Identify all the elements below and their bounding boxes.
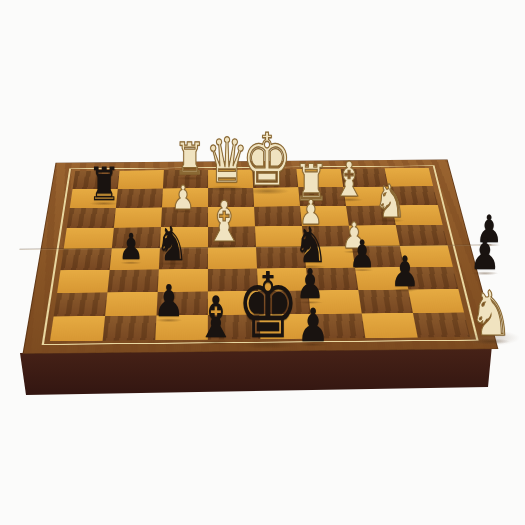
square-a3[interactable] xyxy=(392,205,443,225)
square-d6[interactable] xyxy=(257,268,308,291)
square-d7[interactable] xyxy=(258,290,310,314)
square-f8[interactable] xyxy=(155,315,208,340)
square-b4[interactable] xyxy=(349,225,400,246)
square-h4[interactable] xyxy=(64,228,114,249)
black-pawn-captured[interactable]: ♟ xyxy=(476,210,503,248)
square-c4[interactable] xyxy=(302,226,352,247)
square-b5[interactable] xyxy=(352,246,404,268)
square-a5[interactable] xyxy=(400,245,453,267)
board-frame xyxy=(23,159,499,353)
square-c8[interactable] xyxy=(311,313,366,338)
square-f7[interactable] xyxy=(157,291,208,315)
square-f5[interactable] xyxy=(159,247,208,269)
square-e4[interactable] xyxy=(208,226,256,247)
square-h1[interactable] xyxy=(73,171,120,190)
square-d4[interactable] xyxy=(255,226,304,247)
square-b6[interactable] xyxy=(355,267,408,290)
square-h8[interactable] xyxy=(50,316,105,341)
square-h5[interactable] xyxy=(60,248,111,270)
square-d8[interactable] xyxy=(259,314,313,339)
square-g5[interactable] xyxy=(110,248,160,270)
square-f1[interactable] xyxy=(163,170,208,189)
square-e5[interactable] xyxy=(208,247,257,269)
square-g7[interactable] xyxy=(105,292,158,316)
square-f3[interactable] xyxy=(161,207,208,227)
square-f6[interactable] xyxy=(158,269,208,292)
square-b1[interactable] xyxy=(341,168,389,187)
square-a2[interactable] xyxy=(388,186,438,205)
board-grid xyxy=(50,168,470,341)
square-g4[interactable] xyxy=(112,227,161,248)
square-c6[interactable] xyxy=(306,268,358,291)
square-d2[interactable] xyxy=(253,187,300,206)
square-h3[interactable] xyxy=(67,208,116,228)
square-a7[interactable] xyxy=(408,289,464,313)
square-g8[interactable] xyxy=(103,315,157,340)
square-g2[interactable] xyxy=(116,189,163,208)
square-f4[interactable] xyxy=(160,227,208,248)
square-g3[interactable] xyxy=(114,207,162,227)
square-e7[interactable] xyxy=(208,291,259,315)
square-d5[interactable] xyxy=(256,247,306,269)
square-d1[interactable] xyxy=(252,169,298,188)
square-b7[interactable] xyxy=(358,290,413,314)
square-g1[interactable] xyxy=(118,170,164,189)
square-h6[interactable] xyxy=(57,270,110,293)
square-a1[interactable] xyxy=(385,168,433,187)
square-f2[interactable] xyxy=(162,188,208,207)
square-b2[interactable] xyxy=(343,187,392,206)
square-e6[interactable] xyxy=(208,269,258,292)
square-e1[interactable] xyxy=(208,170,253,189)
square-b3[interactable] xyxy=(346,205,396,225)
square-e2[interactable] xyxy=(208,188,254,207)
square-c5[interactable] xyxy=(304,246,355,268)
chess-board xyxy=(23,159,499,353)
square-c3[interactable] xyxy=(300,206,349,226)
square-a4[interactable] xyxy=(396,225,448,246)
square-g6[interactable] xyxy=(107,269,158,292)
square-e3[interactable] xyxy=(208,207,255,227)
square-a6[interactable] xyxy=(404,267,458,290)
chess-photo-scene: ♜♜♛♚♜♝♟♞♟♝♟♟♞♞♟♟♟♟♝♚♟♟♟♞ xyxy=(0,0,525,525)
square-c1[interactable] xyxy=(296,169,343,188)
square-h2[interactable] xyxy=(70,189,118,208)
tray-shadow xyxy=(462,330,520,346)
square-c7[interactable] xyxy=(308,290,362,314)
square-h7[interactable] xyxy=(54,292,108,316)
square-c2[interactable] xyxy=(298,187,346,206)
square-b8[interactable] xyxy=(362,313,418,338)
square-d3[interactable] xyxy=(254,206,302,226)
square-e8[interactable] xyxy=(208,314,261,339)
